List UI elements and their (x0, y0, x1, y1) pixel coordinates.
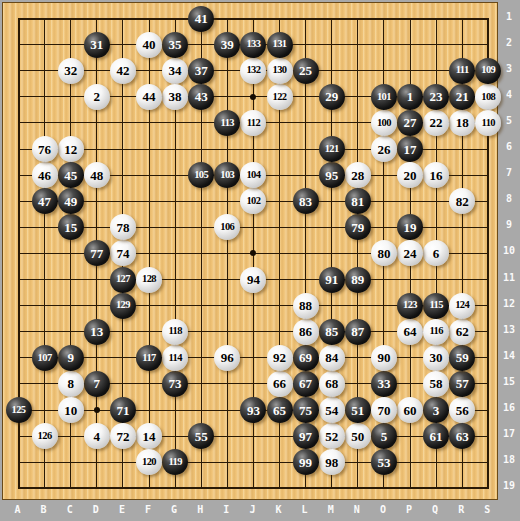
stone-black-83: 83 (293, 188, 319, 214)
row-label-5: 5 (506, 114, 512, 125)
go-board[interactable]: 1234567891012131415161718192021222324252… (2, 2, 498, 500)
column-label-k: K (275, 504, 281, 515)
grid-line-horizontal (18, 487, 490, 489)
stone-black-73: 73 (162, 371, 188, 397)
stone-black-53: 53 (371, 449, 397, 475)
row-label-10: 10 (503, 245, 515, 256)
row-label-13: 13 (503, 323, 515, 334)
stone-black-19: 19 (397, 214, 423, 240)
stone-white-90: 90 (371, 345, 397, 371)
stone-black-13: 13 (84, 319, 110, 345)
stone-black-45: 45 (58, 162, 84, 188)
stone-white-16: 16 (423, 162, 449, 188)
stone-black-101: 101 (371, 84, 397, 110)
stone-white-30: 30 (423, 345, 449, 371)
stone-black-33: 33 (371, 371, 397, 397)
stone-white-26: 26 (371, 136, 397, 162)
stone-white-14: 14 (136, 423, 162, 449)
stone-white-86: 86 (293, 319, 319, 345)
stone-black-65: 65 (267, 397, 293, 423)
row-label-14: 14 (503, 349, 515, 360)
row-label-1: 1 (506, 10, 512, 21)
star-point-j4 (250, 94, 256, 100)
row-label-15: 15 (503, 375, 515, 386)
row-label-17: 17 (503, 428, 515, 439)
stone-black-125: 125 (6, 397, 32, 423)
stone-black-17: 17 (397, 136, 423, 162)
column-label-j: J (249, 504, 255, 515)
column-label-i: I (223, 504, 229, 515)
stone-black-59: 59 (449, 345, 475, 371)
stone-white-92: 92 (267, 345, 293, 371)
stone-white-120: 120 (136, 449, 162, 475)
stone-white-12: 12 (58, 136, 84, 162)
column-labels: ABCDEFGHIJKLMNOPQRS (0, 500, 520, 521)
stone-black-57: 57 (449, 371, 475, 397)
stone-white-100: 100 (371, 110, 397, 136)
grid-line-horizontal (18, 357, 490, 358)
row-labels: 12345678910111213141516171819 (498, 0, 520, 500)
stone-black-35: 35 (162, 32, 188, 58)
stone-white-34: 34 (162, 58, 188, 84)
stone-white-24: 24 (397, 240, 423, 266)
stone-white-116: 116 (423, 319, 449, 345)
stone-black-113: 113 (214, 110, 240, 136)
row-label-9: 9 (506, 219, 512, 230)
stone-black-87: 87 (345, 319, 371, 345)
stone-black-41: 41 (188, 6, 214, 32)
column-label-a: A (14, 504, 20, 515)
stone-black-99: 99 (293, 449, 319, 475)
stone-white-20: 20 (397, 162, 423, 188)
stone-white-106: 106 (214, 214, 240, 240)
stone-black-1: 1 (397, 84, 423, 110)
go-kifu-screenshot: 1234567891012131415161718192021222324252… (0, 0, 520, 521)
stone-black-43: 43 (188, 84, 214, 110)
row-label-2: 2 (506, 36, 512, 47)
row-label-6: 6 (506, 141, 512, 152)
column-label-h: H (197, 504, 203, 515)
column-label-r: R (458, 504, 464, 515)
stone-white-82: 82 (449, 188, 475, 214)
stone-black-105: 105 (188, 162, 214, 188)
star-point-d16 (94, 407, 100, 413)
stone-black-21: 21 (449, 84, 475, 110)
stone-white-44: 44 (136, 84, 162, 110)
stone-white-72: 72 (110, 423, 136, 449)
stone-white-42: 42 (110, 58, 136, 84)
stone-black-115: 115 (423, 293, 449, 319)
row-label-8: 8 (506, 193, 512, 204)
stone-white-64: 64 (397, 319, 423, 345)
stone-black-71: 71 (110, 397, 136, 423)
stone-white-102: 102 (240, 188, 266, 214)
row-label-11: 11 (503, 271, 515, 282)
stone-white-58: 58 (423, 371, 449, 397)
stone-white-74: 74 (110, 240, 136, 266)
stone-black-89: 89 (345, 267, 371, 293)
stone-black-27: 27 (397, 110, 423, 136)
stone-black-69: 69 (293, 345, 319, 371)
stone-white-68: 68 (319, 371, 345, 397)
stone-black-85: 85 (319, 319, 345, 345)
column-label-g: G (171, 504, 177, 515)
row-label-3: 3 (506, 62, 512, 73)
stone-white-126: 126 (32, 423, 58, 449)
stone-black-107: 107 (32, 345, 58, 371)
stone-white-70: 70 (371, 397, 397, 423)
column-label-p: P (406, 504, 412, 515)
column-label-o: O (380, 504, 386, 515)
stone-white-54: 54 (319, 397, 345, 423)
column-label-f: F (145, 504, 151, 515)
stone-white-56: 56 (449, 397, 475, 423)
row-label-12: 12 (503, 297, 515, 308)
stone-white-94: 94 (240, 267, 266, 293)
stone-white-52: 52 (319, 423, 345, 449)
stone-black-25: 25 (293, 58, 319, 84)
stone-black-47: 47 (32, 188, 58, 214)
star-point-j10 (250, 250, 256, 256)
stone-black-31: 31 (84, 32, 110, 58)
stone-white-96: 96 (214, 345, 240, 371)
stone-white-38: 38 (162, 84, 188, 110)
stone-black-121: 121 (319, 136, 345, 162)
stone-white-128: 128 (136, 267, 162, 293)
stone-black-111: 111 (449, 58, 475, 84)
stone-white-10: 10 (58, 397, 84, 423)
column-label-e: E (119, 504, 125, 515)
stone-black-91: 91 (319, 267, 345, 293)
grid-line-horizontal (18, 462, 490, 463)
column-label-b: B (41, 504, 47, 515)
stone-black-129: 129 (110, 293, 136, 319)
stone-white-50: 50 (345, 423, 371, 449)
stone-white-8: 8 (58, 371, 84, 397)
stone-white-40: 40 (136, 32, 162, 58)
stone-white-76: 76 (32, 136, 58, 162)
stone-white-114: 114 (162, 345, 188, 371)
stone-white-104: 104 (240, 162, 266, 188)
stone-white-6: 6 (423, 240, 449, 266)
stone-black-117: 117 (136, 345, 162, 371)
stone-white-88: 88 (293, 293, 319, 319)
stone-white-84: 84 (319, 345, 345, 371)
row-label-18: 18 (503, 454, 515, 465)
stone-white-118: 118 (162, 319, 188, 345)
stone-black-93: 93 (240, 397, 266, 423)
stone-black-77: 77 (84, 240, 110, 266)
row-label-4: 4 (506, 88, 512, 99)
stone-black-15: 15 (58, 214, 84, 240)
stone-white-48: 48 (84, 162, 110, 188)
stone-black-95: 95 (319, 162, 345, 188)
stone-black-9: 9 (58, 345, 84, 371)
stone-black-51: 51 (345, 397, 371, 423)
column-label-n: N (354, 504, 360, 515)
row-label-19: 19 (503, 480, 515, 491)
stone-black-49: 49 (58, 188, 84, 214)
column-label-m: M (328, 504, 334, 515)
stone-white-62: 62 (449, 319, 475, 345)
stone-black-131: 131 (267, 32, 293, 58)
stone-black-81: 81 (345, 188, 371, 214)
stone-black-29: 29 (319, 84, 345, 110)
stone-black-63: 63 (449, 423, 475, 449)
column-label-s: S (484, 504, 490, 515)
stone-white-32: 32 (58, 58, 84, 84)
stone-white-122: 122 (267, 84, 293, 110)
stone-white-46: 46 (32, 162, 58, 188)
stone-white-18: 18 (449, 110, 475, 136)
stone-black-23: 23 (423, 84, 449, 110)
stone-white-130: 130 (267, 58, 293, 84)
stone-white-80: 80 (371, 240, 397, 266)
stone-white-22: 22 (423, 110, 449, 136)
stone-black-133: 133 (240, 32, 266, 58)
stone-white-2: 2 (84, 84, 110, 110)
stone-black-97: 97 (293, 423, 319, 449)
row-label-7: 7 (506, 167, 512, 178)
row-label-16: 16 (503, 402, 515, 413)
stone-white-28: 28 (345, 162, 371, 188)
column-label-q: Q (432, 504, 438, 515)
column-label-c: C (67, 504, 73, 515)
stone-black-127: 127 (110, 267, 136, 293)
stone-black-119: 119 (162, 449, 188, 475)
column-label-l: L (302, 504, 308, 515)
stone-black-123: 123 (397, 293, 423, 319)
stone-black-39: 39 (214, 32, 240, 58)
stone-white-78: 78 (110, 214, 136, 240)
stone-white-112: 112 (240, 110, 266, 136)
stone-black-61: 61 (423, 423, 449, 449)
column-label-d: D (93, 504, 99, 515)
stone-black-75: 75 (293, 397, 319, 423)
stone-black-55: 55 (188, 423, 214, 449)
stone-white-4: 4 (84, 423, 110, 449)
stone-white-132: 132 (240, 58, 266, 84)
stone-black-67: 67 (293, 371, 319, 397)
stone-black-7: 7 (84, 371, 110, 397)
stone-black-103: 103 (214, 162, 240, 188)
stone-white-66: 66 (267, 371, 293, 397)
stone-white-60: 60 (397, 397, 423, 423)
stone-white-98: 98 (319, 449, 345, 475)
stone-black-37: 37 (188, 58, 214, 84)
stone-white-124: 124 (449, 293, 475, 319)
stone-black-3: 3 (423, 397, 449, 423)
stone-black-5: 5 (371, 423, 397, 449)
stone-black-79: 79 (345, 214, 371, 240)
